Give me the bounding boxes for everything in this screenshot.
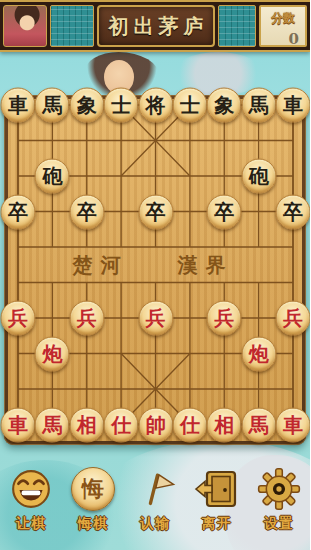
piece-black-elephant[interactable]: 象 [69, 88, 104, 123]
header-ornament-right [218, 5, 256, 47]
avatar[interactable] [3, 5, 47, 47]
rank-title: 初出茅庐 [104, 13, 209, 40]
piece-red-advisor[interactable]: 仕 [104, 407, 139, 442]
piece-red-rook[interactable]: 車 [1, 407, 36, 442]
piece-red-advisor[interactable]: 仕 [172, 407, 207, 442]
piece-red-soldier[interactable]: 兵 [138, 301, 173, 336]
piece-black-soldier[interactable]: 卒 [276, 194, 311, 229]
piece-black-cannon[interactable]: 砲 [241, 159, 276, 194]
board-frame: 楚河 漢界 車馬象士将士象馬車砲砲卒卒卒卒卒兵兵兵兵兵炮炮車馬相仕帥仕相馬車 [4, 95, 306, 445]
piece-black-soldier[interactable]: 卒 [138, 194, 173, 229]
header-ornament-left [50, 5, 94, 47]
piece-red-soldier[interactable]: 兵 [276, 301, 311, 336]
piece-red-soldier[interactable]: 兵 [69, 301, 104, 336]
piece-black-rook[interactable]: 車 [1, 88, 36, 123]
regret-piece-char: 悔 [71, 467, 115, 511]
rank-title-plaque: 初出茅庐 [97, 5, 215, 47]
piece-black-horse[interactable]: 馬 [241, 88, 276, 123]
score-panel: 分数 0 [259, 5, 307, 47]
settings-button[interactable]: 设置 [250, 467, 308, 533]
piece-black-cannon[interactable]: 砲 [35, 159, 70, 194]
score-value: 0 [289, 30, 305, 48]
undo-move-button[interactable]: 悔 悔棋 [64, 467, 122, 533]
yield-label: 让棋 [16, 515, 46, 533]
xiangqi-app: 初出茅庐 分数 0 楚河 漢界 車馬象士将士象馬車砲砲卒卒卒卒卒兵兵兵兵兵炮炮車… [0, 0, 310, 550]
regret-piece-icon: 悔 [71, 467, 115, 511]
piece-red-rook[interactable]: 車 [276, 407, 311, 442]
exit-door-icon [194, 467, 240, 511]
piece-red-horse[interactable]: 馬 [35, 407, 70, 442]
piece-red-cannon[interactable]: 炮 [35, 336, 70, 371]
piece-red-elephant[interactable]: 相 [207, 407, 242, 442]
smiley-coin-icon [10, 467, 52, 511]
header-bar: 初出茅庐 分数 0 [0, 0, 310, 52]
piece-black-elephant[interactable]: 象 [207, 88, 242, 123]
score-label: 分数 [271, 10, 295, 27]
piece-red-elephant[interactable]: 相 [69, 407, 104, 442]
piece-black-soldier[interactable]: 卒 [1, 194, 36, 229]
piece-black-general[interactable]: 将 [138, 88, 173, 123]
piece-black-horse[interactable]: 馬 [35, 88, 70, 123]
toolbar: 让棋 悔 悔棋 认输 [0, 455, 310, 533]
resign-button[interactable]: 认输 [126, 467, 184, 533]
piece-red-general[interactable]: 帥 [138, 407, 173, 442]
xiangqi-board[interactable]: 楚河 漢界 車馬象士将士象馬車砲砲卒卒卒卒卒兵兵兵兵兵炮炮車馬相仕帥仕相馬車 [8, 99, 302, 441]
leave-label: 离开 [202, 515, 232, 533]
piece-red-horse[interactable]: 馬 [241, 407, 276, 442]
piece-black-advisor[interactable]: 士 [104, 88, 139, 123]
piece-black-advisor[interactable]: 士 [172, 88, 207, 123]
piece-red-soldier[interactable]: 兵 [207, 301, 242, 336]
settings-label: 设置 [264, 515, 294, 533]
piece-red-soldier[interactable]: 兵 [1, 301, 36, 336]
piece-black-soldier[interactable]: 卒 [69, 194, 104, 229]
undo-move-label: 悔棋 [78, 515, 108, 533]
resign-label: 认输 [140, 515, 170, 533]
surrender-flag-icon [134, 467, 176, 511]
settings-gear-icon [257, 467, 301, 511]
piece-black-soldier[interactable]: 卒 [207, 194, 242, 229]
piece-red-cannon[interactable]: 炮 [241, 336, 276, 371]
pieces-layer: 車馬象士将士象馬車砲砲卒卒卒卒卒兵兵兵兵兵炮炮車馬相仕帥仕相馬車 [8, 99, 302, 441]
leave-button[interactable]: 离开 [188, 467, 246, 533]
piece-black-rook[interactable]: 車 [276, 88, 311, 123]
yield-button[interactable]: 让棋 [2, 467, 60, 533]
